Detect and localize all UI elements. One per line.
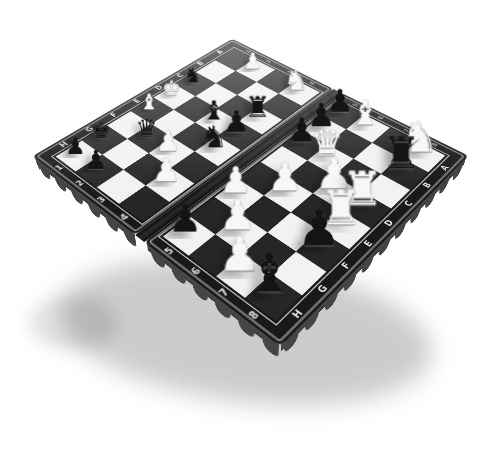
- rank-label-7: 7: [217, 287, 231, 298]
- white-pawn[interactable]: ♟: [147, 155, 186, 187]
- white-bishop[interactable]: ♝: [346, 96, 385, 131]
- rank-label-2: 2: [74, 179, 85, 187]
- file-label-a: A: [215, 49, 225, 54]
- file-label-c: C: [402, 199, 415, 208]
- white-pawn[interactable]: ♟: [264, 158, 307, 197]
- rank-label-1: 1: [54, 164, 65, 172]
- file-label-e: E: [362, 239, 375, 249]
- board-shadow-small: [28, 295, 118, 350]
- black-bishop[interactable]: ♝: [242, 248, 297, 300]
- white-knight[interactable]: ♞: [280, 67, 313, 94]
- rank-label-8: 8: [247, 309, 261, 321]
- file-label-h: H: [290, 308, 305, 321]
- white-pawn[interactable]: ♟: [151, 127, 186, 155]
- file-label-b: B: [421, 181, 434, 189]
- photo-stage: ♟♞♞♜♚♝♟♝♞♛♟♚♟♟♟ ABCDEFGH11223344 ♟♝♞♟♜♟♛…: [0, 0, 500, 460]
- rank-label-4: 4: [118, 213, 130, 222]
- white-pawn[interactable]: ♟: [238, 50, 266, 72]
- white-bishop[interactable]: ♝: [135, 91, 164, 112]
- rank-label-5: 5: [163, 246, 176, 256]
- black-pawn[interactable]: ♟: [79, 147, 113, 173]
- black-knight[interactable]: ♞: [196, 123, 233, 153]
- file-label-g: G: [315, 283, 330, 295]
- rank-label-3: 3: [95, 195, 107, 204]
- rank-label-6: 6: [189, 266, 202, 276]
- black-pawn[interactable]: ♟: [163, 201, 207, 239]
- file-label-f: F: [339, 261, 353, 271]
- file-label-d: D: [382, 218, 396, 228]
- black-pawn[interactable]: ♟: [294, 204, 345, 253]
- file-label-a: A: [438, 164, 450, 172]
